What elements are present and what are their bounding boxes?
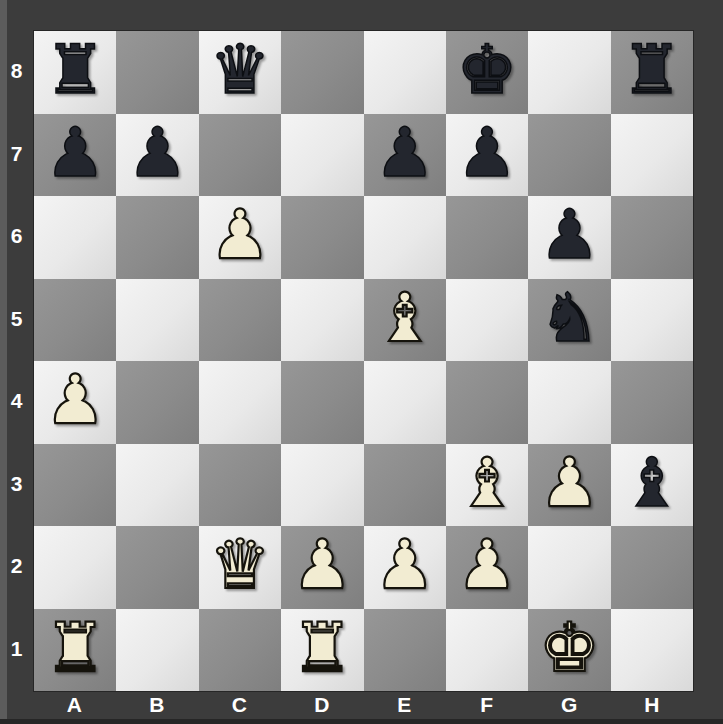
file-label-f: F bbox=[446, 690, 529, 720]
rank-label-6: 6 bbox=[0, 195, 33, 278]
rank-label-8: 8 bbox=[0, 30, 33, 113]
square-d7[interactable] bbox=[281, 114, 363, 197]
white-queen-c2[interactable]: ♛ bbox=[209, 531, 270, 599]
black-queen-c8[interactable]: ♛ bbox=[209, 36, 270, 104]
square-d1[interactable]: ♜ bbox=[281, 609, 363, 692]
square-e2[interactable]: ♟ bbox=[364, 526, 446, 609]
square-e1[interactable] bbox=[364, 609, 446, 692]
square-f3[interactable]: ♝ bbox=[446, 444, 528, 527]
square-f5[interactable] bbox=[446, 279, 528, 362]
white-rook-d1[interactable]: ♜ bbox=[292, 614, 353, 682]
square-h8[interactable]: ♜ bbox=[611, 31, 693, 114]
square-b4[interactable] bbox=[116, 361, 198, 444]
square-h7[interactable] bbox=[611, 114, 693, 197]
file-label-e: E bbox=[363, 690, 446, 720]
square-a5[interactable] bbox=[34, 279, 116, 362]
black-king-f8[interactable]: ♚ bbox=[457, 36, 518, 104]
black-pawn-b7[interactable]: ♟ bbox=[127, 119, 188, 187]
square-d8[interactable] bbox=[281, 31, 363, 114]
file-label-d: D bbox=[281, 690, 364, 720]
white-bishop-e5[interactable]: ♝ bbox=[374, 284, 435, 352]
square-b5[interactable] bbox=[116, 279, 198, 362]
square-e7[interactable]: ♟ bbox=[364, 114, 446, 197]
square-g5[interactable]: ♞ bbox=[528, 279, 610, 362]
square-f8[interactable]: ♚ bbox=[446, 31, 528, 114]
square-e4[interactable] bbox=[364, 361, 446, 444]
square-d6[interactable] bbox=[281, 196, 363, 279]
square-h2[interactable] bbox=[611, 526, 693, 609]
black-pawn-e7[interactable]: ♟ bbox=[374, 119, 435, 187]
rank-label-3: 3 bbox=[0, 443, 33, 526]
square-c7[interactable] bbox=[199, 114, 281, 197]
white-pawn-d2[interactable]: ♟ bbox=[292, 531, 353, 599]
square-f2[interactable]: ♟ bbox=[446, 526, 528, 609]
black-knight-g5[interactable]: ♞ bbox=[539, 284, 600, 352]
white-pawn-f2[interactable]: ♟ bbox=[457, 531, 518, 599]
square-c4[interactable] bbox=[199, 361, 281, 444]
square-a7[interactable]: ♟ bbox=[34, 114, 116, 197]
black-rook-a8[interactable]: ♜ bbox=[45, 36, 106, 104]
square-c1[interactable] bbox=[199, 609, 281, 692]
white-bishop-f3[interactable]: ♝ bbox=[457, 449, 518, 517]
square-c8[interactable]: ♛ bbox=[199, 31, 281, 114]
frame-bottom-shadow bbox=[0, 719, 723, 724]
black-bishop-h3[interactable]: ♝ bbox=[621, 449, 682, 517]
square-b1[interactable] bbox=[116, 609, 198, 692]
rank-label-4: 4 bbox=[0, 360, 33, 443]
square-c5[interactable] bbox=[199, 279, 281, 362]
black-pawn-g6[interactable]: ♟ bbox=[539, 201, 600, 269]
square-b2[interactable] bbox=[116, 526, 198, 609]
square-c2[interactable]: ♛ bbox=[199, 526, 281, 609]
square-e5[interactable]: ♝ bbox=[364, 279, 446, 362]
square-h4[interactable] bbox=[611, 361, 693, 444]
square-g4[interactable] bbox=[528, 361, 610, 444]
square-b8[interactable] bbox=[116, 31, 198, 114]
square-g7[interactable] bbox=[528, 114, 610, 197]
file-label-c: C bbox=[198, 690, 281, 720]
square-a3[interactable] bbox=[34, 444, 116, 527]
square-g1[interactable]: ♚ bbox=[528, 609, 610, 692]
square-d3[interactable] bbox=[281, 444, 363, 527]
white-pawn-g3[interactable]: ♟ bbox=[539, 449, 600, 517]
square-h3[interactable]: ♝ bbox=[611, 444, 693, 527]
square-h6[interactable] bbox=[611, 196, 693, 279]
square-a2[interactable] bbox=[34, 526, 116, 609]
square-h1[interactable] bbox=[611, 609, 693, 692]
square-c6[interactable]: ♟ bbox=[199, 196, 281, 279]
file-label-b: B bbox=[116, 690, 199, 720]
square-e8[interactable] bbox=[364, 31, 446, 114]
square-b3[interactable] bbox=[116, 444, 198, 527]
black-pawn-f7[interactable]: ♟ bbox=[457, 119, 518, 187]
file-label-h: H bbox=[611, 690, 694, 720]
rank-label-7: 7 bbox=[0, 113, 33, 196]
square-f4[interactable] bbox=[446, 361, 528, 444]
square-e3[interactable] bbox=[364, 444, 446, 527]
square-b6[interactable] bbox=[116, 196, 198, 279]
square-a8[interactable]: ♜ bbox=[34, 31, 116, 114]
square-e6[interactable] bbox=[364, 196, 446, 279]
white-pawn-c6[interactable]: ♟ bbox=[209, 201, 270, 269]
square-d2[interactable]: ♟ bbox=[281, 526, 363, 609]
square-a6[interactable] bbox=[34, 196, 116, 279]
white-rook-a1[interactable]: ♜ bbox=[45, 614, 106, 682]
square-d4[interactable] bbox=[281, 361, 363, 444]
square-g3[interactable]: ♟ bbox=[528, 444, 610, 527]
square-g8[interactable] bbox=[528, 31, 610, 114]
square-b7[interactable]: ♟ bbox=[116, 114, 198, 197]
file-label-a: A bbox=[33, 690, 116, 720]
square-f1[interactable] bbox=[446, 609, 528, 692]
square-a1[interactable]: ♜ bbox=[34, 609, 116, 692]
square-g2[interactable] bbox=[528, 526, 610, 609]
white-king-g1[interactable]: ♚ bbox=[539, 614, 600, 682]
file-labels: ABCDEFGH bbox=[33, 690, 693, 720]
black-rook-h8[interactable]: ♜ bbox=[621, 36, 682, 104]
white-pawn-a4[interactable]: ♟ bbox=[45, 366, 106, 434]
square-d5[interactable] bbox=[281, 279, 363, 362]
file-label-g: G bbox=[528, 690, 611, 720]
rank-labels: 87654321 bbox=[0, 30, 33, 690]
square-c3[interactable] bbox=[199, 444, 281, 527]
white-pawn-e2[interactable]: ♟ bbox=[374, 531, 435, 599]
rank-label-1: 1 bbox=[0, 608, 33, 691]
black-pawn-a7[interactable]: ♟ bbox=[45, 119, 106, 187]
chess-board[interactable]: ♜♛♚♜♟♟♟♟♟♟♝♞♟♝♟♝♛♟♟♟♜♜♚ bbox=[33, 30, 694, 692]
square-h5[interactable] bbox=[611, 279, 693, 362]
square-a4[interactable]: ♟ bbox=[34, 361, 116, 444]
chess-board-window: 87654321 ♜♛♚♜♟♟♟♟♟♟♝♞♟♝♟♝♛♟♟♟♜♜♚ ABCDEFG… bbox=[0, 0, 723, 724]
square-g6[interactable]: ♟ bbox=[528, 196, 610, 279]
square-f6[interactable] bbox=[446, 196, 528, 279]
rank-label-5: 5 bbox=[0, 278, 33, 361]
square-f7[interactable]: ♟ bbox=[446, 114, 528, 197]
rank-label-2: 2 bbox=[0, 525, 33, 608]
